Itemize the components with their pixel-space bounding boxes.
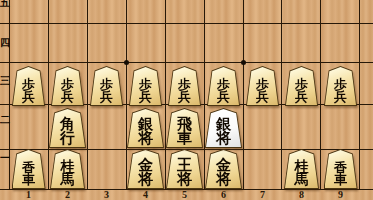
file-label-8: 8 [292, 190, 312, 200]
grid-hline [0, 23, 373, 24]
grid-vline [281, 0, 282, 189]
piece-kanji: 歩兵 [129, 66, 162, 106]
piece-歩兵-8三[interactable]: 歩兵 [285, 66, 318, 106]
grid-hline [0, 62, 373, 63]
piece-角行-2二[interactable]: 角行 [49, 108, 86, 148]
piece-kanji: 王将 [166, 149, 203, 189]
piece-桂馬-8一[interactable]: 桂馬 [284, 149, 319, 189]
star-point-icon [241, 60, 246, 65]
piece-kanji: 桂馬 [50, 149, 85, 189]
grid-vline [243, 0, 244, 189]
file-label-1: 1 [19, 190, 39, 200]
rank-label-三: 三 [0, 76, 9, 86]
grid-vline [48, 0, 49, 189]
piece-kanji: 銀将 [205, 108, 242, 148]
piece-kanji: 歩兵 [207, 66, 240, 106]
piece-歩兵-5三[interactable]: 歩兵 [168, 66, 201, 106]
piece-銀将-4二[interactable]: 銀将 [127, 108, 164, 148]
rank-label-一: 一 [0, 153, 9, 163]
rank-label-四: 四 [0, 38, 9, 48]
piece-銀将-6二[interactable]: 銀将 [205, 108, 242, 148]
piece-kanji: 香車 [324, 149, 358, 189]
piece-金将-4一[interactable]: 金将 [127, 149, 164, 189]
piece-kanji: 歩兵 [246, 66, 279, 106]
piece-王将-5一[interactable]: 王将 [166, 149, 203, 189]
piece-歩兵-2三[interactable]: 歩兵 [51, 66, 84, 106]
star-point-icon [124, 60, 129, 65]
piece-kanji: 歩兵 [51, 66, 84, 106]
piece-kanji: 金将 [127, 149, 164, 189]
piece-kanji: 歩兵 [285, 66, 318, 106]
piece-kanji: 香車 [12, 149, 46, 189]
file-label-5: 5 [175, 190, 195, 200]
piece-歩兵-4三[interactable]: 歩兵 [129, 66, 162, 106]
piece-歩兵-3三[interactable]: 歩兵 [90, 66, 123, 106]
piece-kanji: 歩兵 [12, 66, 45, 106]
piece-金将-6一[interactable]: 金将 [205, 149, 242, 189]
piece-kanji: 金将 [205, 149, 242, 189]
file-label-6: 6 [214, 190, 234, 200]
rank-label-五: 五 [0, 0, 9, 8]
shogi-board[interactable]: 五四三二一 123456789 香車桂馬金将王将金将桂馬香車角行銀将飛車銀将歩兵… [0, 0, 373, 200]
piece-歩兵-7三[interactable]: 歩兵 [246, 66, 279, 106]
piece-香車-1一[interactable]: 香車 [12, 149, 46, 189]
piece-香車-9一[interactable]: 香車 [324, 149, 358, 189]
piece-kanji: 歩兵 [90, 66, 123, 106]
rank-label-二: 二 [0, 115, 9, 125]
piece-kanji: 飛車 [166, 108, 203, 148]
piece-桂馬-2一[interactable]: 桂馬 [50, 149, 85, 189]
piece-歩兵-1三[interactable]: 歩兵 [12, 66, 45, 106]
piece-歩兵-9三[interactable]: 歩兵 [324, 66, 357, 106]
piece-kanji: 歩兵 [168, 66, 201, 106]
piece-kanji: 桂馬 [284, 149, 319, 189]
grid-vline [359, 0, 360, 189]
grid-vline [320, 0, 321, 189]
file-label-2: 2 [58, 190, 78, 200]
piece-歩兵-6三[interactable]: 歩兵 [207, 66, 240, 106]
file-label-4: 4 [136, 190, 156, 200]
piece-kanji: 角行 [49, 108, 86, 148]
piece-kanji: 歩兵 [324, 66, 357, 106]
piece-kanji: 銀将 [127, 108, 164, 148]
grid-vline [87, 0, 88, 189]
file-label-3: 3 [97, 190, 117, 200]
piece-飛車-5二[interactable]: 飛車 [166, 108, 203, 148]
file-label-9: 9 [331, 190, 351, 200]
file-label-7: 7 [253, 190, 273, 200]
